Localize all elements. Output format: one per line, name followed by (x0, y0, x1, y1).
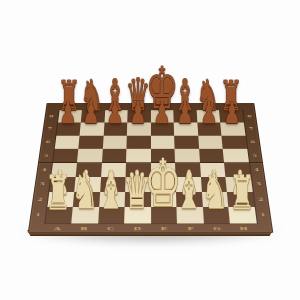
white-knight-b1: ♞ (71, 167, 98, 216)
white-pawn-a2: ♟ (51, 166, 70, 200)
white-pawn-b2: ♟ (76, 166, 95, 200)
brown-bishop-c8: ♝ (103, 73, 128, 117)
brown-pawn-f7: ♟ (177, 99, 194, 130)
brown-knight-b8: ♞ (80, 74, 104, 117)
white-pawn-e2: ♟ (154, 166, 173, 200)
white-rook-h1: ♜ (229, 169, 255, 216)
white-knight-g1: ♞ (202, 167, 229, 216)
white-pawn-c2: ♟ (102, 166, 121, 200)
brown-pawn-c7: ♟ (106, 99, 123, 130)
brown-queen-d8: ♛ (126, 72, 151, 117)
white-pawn-h2: ♟ (231, 166, 250, 200)
brown-pawn-g7: ♟ (200, 99, 217, 130)
white-queen-d1: ♛ (123, 165, 152, 216)
pieces-layer: ♜♞♝♛♚♝♞♜♟♟♟♟♟♟♟♟♟♟♟♟♟♟♟♟♜♞♝♛♚♝♞♜ (0, 0, 300, 300)
brown-king-e8: ♚ (145, 59, 177, 117)
brown-knight-g8: ♞ (196, 74, 220, 117)
brown-pawn-a7: ♟ (59, 99, 76, 130)
brown-bishop-f8: ♝ (172, 73, 197, 117)
brown-pawn-e7: ♟ (153, 99, 170, 130)
brown-pawn-d7: ♟ (130, 99, 147, 130)
brown-pawn-b7: ♟ (83, 99, 100, 130)
brown-rook-h8: ♜ (219, 76, 242, 117)
white-pawn-d2: ♟ (128, 166, 147, 200)
white-bishop-c1: ♝ (97, 166, 125, 216)
brown-pawn-h7: ♟ (223, 99, 240, 130)
white-pawn-g2: ♟ (205, 166, 224, 200)
white-pawn-f2: ♟ (179, 166, 198, 200)
white-bishop-f1: ♝ (175, 166, 203, 216)
brown-rook-a8: ♜ (58, 76, 81, 117)
white-rook-a1: ♜ (45, 169, 71, 216)
white-king-e1: ♚ (145, 150, 182, 216)
chess-set-photo: ABCDEFGH 87654321 87654321 ♜♞♝♛♚♝♞♜♟♟♟♟♟… (0, 0, 300, 300)
